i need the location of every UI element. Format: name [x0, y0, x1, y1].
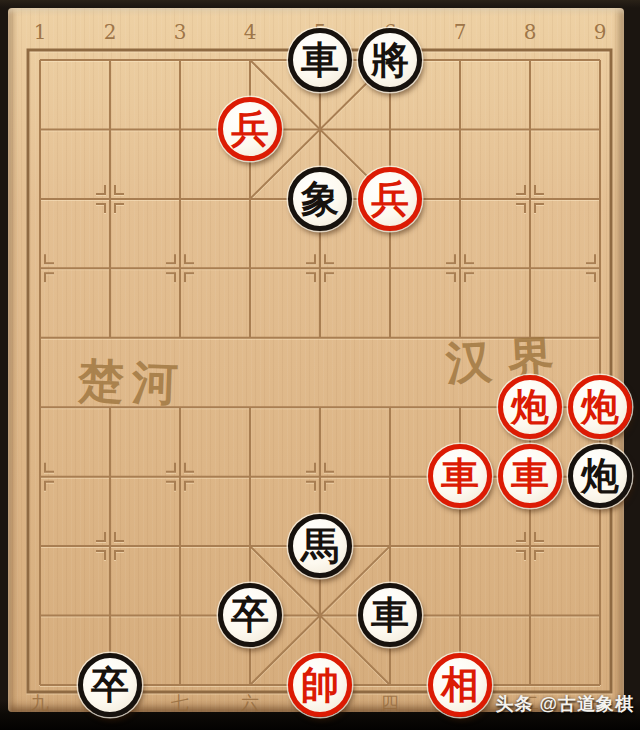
piece-red-soldier[interactable]: 兵 [218, 97, 282, 161]
watermark: 头条 @古道象棋 [495, 692, 634, 716]
piece-red-cannon[interactable]: 炮 [498, 375, 562, 439]
xiangqi-board: 車將兵象兵炮炮車車炮馬卒車卒帥相 [5, 25, 635, 719]
piece-black-horse[interactable]: 馬 [288, 514, 352, 578]
piece-black-soldier[interactable]: 卒 [218, 583, 282, 647]
piece-black-soldier[interactable]: 卒 [78, 653, 142, 717]
piece-black-chariot[interactable]: 車 [358, 583, 422, 647]
piece-red-cannon[interactable]: 炮 [568, 375, 632, 439]
piece-black-chariot[interactable]: 車 [288, 28, 352, 92]
piece-black-cannon[interactable]: 炮 [568, 444, 632, 508]
piece-black-general[interactable]: 將 [358, 28, 422, 92]
piece-black-elephant[interactable]: 象 [288, 167, 352, 231]
piece-red-elephant[interactable]: 相 [428, 653, 492, 717]
piece-red-chariot[interactable]: 車 [498, 444, 562, 508]
piece-red-chariot[interactable]: 車 [428, 444, 492, 508]
piece-red-soldier[interactable]: 兵 [358, 167, 422, 231]
app-background: 123456789 九八七六五四三二一 楚河 汉界 車將兵象兵炮炮車車炮馬卒車卒… [0, 0, 640, 730]
piece-red-general[interactable]: 帥 [288, 653, 352, 717]
